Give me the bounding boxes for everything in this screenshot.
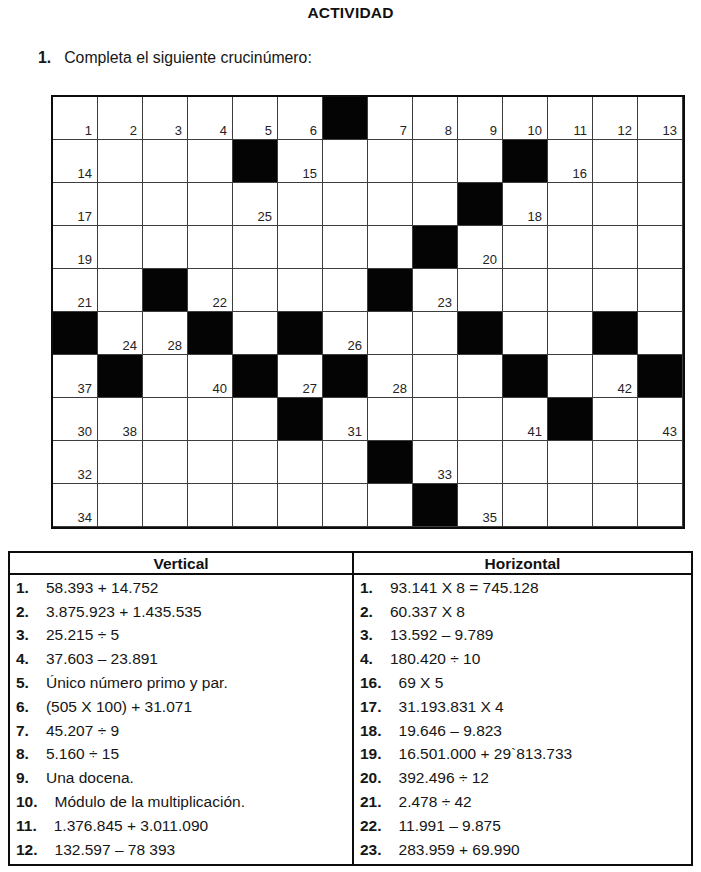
- grid-cell[interactable]: [143, 140, 188, 183]
- grid-cell[interactable]: [323, 226, 368, 269]
- clue-row: 11.1.376.845 + 3.011.090: [16, 814, 352, 838]
- grid-cell[interactable]: [593, 484, 638, 527]
- grid-cell[interactable]: 30: [53, 398, 98, 441]
- clue-text: 45.207 ÷ 9: [46, 722, 119, 740]
- grid-cell-black: [593, 312, 638, 355]
- clue-row: 4.180.420 ÷ 10: [360, 647, 691, 671]
- grid-cell[interactable]: [233, 484, 278, 527]
- grid-cell[interactable]: [98, 140, 143, 183]
- grid-cell[interactable]: [548, 355, 593, 398]
- grid-cell[interactable]: 10: [503, 97, 548, 140]
- cell-number: 26: [348, 339, 362, 352]
- grid-cell[interactable]: 21: [53, 269, 98, 312]
- grid-cell[interactable]: 27: [278, 355, 323, 398]
- grid-cell-black: [188, 312, 233, 355]
- cell-number: 35: [483, 511, 497, 524]
- clue-row: 17.31.193.831 X 4: [360, 695, 691, 719]
- grid-cell[interactable]: 17: [53, 183, 98, 226]
- grid-cell[interactable]: [233, 398, 278, 441]
- clue-row: 4.37.603 – 23.891: [16, 647, 352, 671]
- grid-cell-black: [458, 183, 503, 226]
- clue-number: 7.: [16, 722, 29, 740]
- grid-cell[interactable]: [548, 226, 593, 269]
- cell-number: 12: [618, 124, 632, 137]
- grid-cell[interactable]: 26: [323, 312, 368, 355]
- clue-row: 1.58.393 + 14.752: [16, 576, 352, 600]
- grid-cell-black: [278, 398, 323, 441]
- grid-cell[interactable]: 8: [413, 97, 458, 140]
- cell-number: 24: [123, 339, 137, 352]
- puzzle-grid: 1234567891011121314151617251819202122232…: [51, 95, 685, 529]
- grid-cell-black: [503, 140, 548, 183]
- grid-cell-black: [458, 312, 503, 355]
- cell-number: 31: [348, 425, 362, 438]
- instruction: 1.Completa el siguiente crucinúmero:: [38, 49, 312, 67]
- clue-text: 31.193.831 X 4: [399, 698, 504, 716]
- grid-cell[interactable]: [548, 441, 593, 484]
- cell-number: 40: [213, 382, 227, 395]
- clue-text: Una docena.: [46, 769, 134, 787]
- grid-cell[interactable]: [368, 183, 413, 226]
- grid-cell[interactable]: 9: [458, 97, 503, 140]
- clue-row: 18.19.646 – 9.823: [360, 719, 691, 743]
- cell-number: 25: [258, 210, 272, 223]
- grid-cell[interactable]: [323, 269, 368, 312]
- clue-text: 16.501.000 + 29`813.733: [399, 745, 573, 763]
- grid-cell[interactable]: [593, 140, 638, 183]
- grid-cell[interactable]: [548, 183, 593, 226]
- grid-cell[interactable]: [233, 226, 278, 269]
- grid-cell[interactable]: 43: [638, 398, 683, 441]
- grid-cell-black: [368, 441, 413, 484]
- horizontal-header: Horizontal: [352, 553, 691, 575]
- clue-number: 12.: [16, 841, 38, 859]
- grid-cell[interactable]: [278, 441, 323, 484]
- grid-cell[interactable]: [503, 226, 548, 269]
- cell-number: 43: [663, 425, 677, 438]
- grid-cell-black: [233, 355, 278, 398]
- grid-cell[interactable]: 33: [413, 441, 458, 484]
- cell-number: 19: [78, 253, 92, 266]
- clue-number: 3.: [16, 626, 29, 644]
- grid-cell[interactable]: [548, 269, 593, 312]
- clue-number: 9.: [16, 769, 29, 787]
- grid-cell-black: [503, 355, 548, 398]
- grid-cell[interactable]: [188, 441, 233, 484]
- grid-cell[interactable]: [593, 269, 638, 312]
- clue-text: 93.141 X 8 = 745.128: [390, 579, 539, 597]
- grid-cell[interactable]: [638, 226, 683, 269]
- clue-number: 20.: [360, 769, 382, 787]
- cell-number: 1: [85, 124, 92, 137]
- grid-cell[interactable]: 22: [188, 269, 233, 312]
- cell-number: 23: [438, 296, 452, 309]
- grid-cell[interactable]: [638, 269, 683, 312]
- clue-number: 22.: [360, 817, 382, 835]
- grid-cell[interactable]: [98, 441, 143, 484]
- grid-cell[interactable]: 28: [368, 355, 413, 398]
- cell-number: 3: [175, 124, 182, 137]
- clue-text: 58.393 + 14.752: [46, 579, 158, 597]
- instruction-number: 1.: [38, 49, 51, 66]
- grid-cell[interactable]: [458, 355, 503, 398]
- cell-number: 20: [483, 253, 497, 266]
- cell-number: 13: [663, 124, 677, 137]
- grid-cell[interactable]: [368, 140, 413, 183]
- clue-number: 2.: [16, 603, 29, 621]
- clue-row: 16.69 X 5: [360, 671, 691, 695]
- clue-number: 16.: [360, 674, 382, 692]
- clue-table: Vertical Horizontal 1.58.393 + 14.7522.3…: [8, 551, 693, 866]
- grid-cell-black: [368, 269, 413, 312]
- grid-cell[interactable]: [143, 226, 188, 269]
- clue-text: 283.959 + 69.990: [399, 841, 520, 859]
- grid-cell[interactable]: 2: [98, 97, 143, 140]
- grid-cell[interactable]: [278, 484, 323, 527]
- grid-cell[interactable]: 31: [323, 398, 368, 441]
- grid-cell[interactable]: [188, 183, 233, 226]
- grid-cell[interactable]: [503, 312, 548, 355]
- cell-number: 5: [265, 124, 272, 137]
- grid-cell[interactable]: 25: [233, 183, 278, 226]
- grid-cell[interactable]: [368, 484, 413, 527]
- grid-cell[interactable]: 42: [593, 355, 638, 398]
- grid-cell[interactable]: [413, 312, 458, 355]
- cell-number: 10: [528, 124, 542, 137]
- grid-cell[interactable]: 13: [638, 97, 683, 140]
- grid-cell[interactable]: 38: [98, 398, 143, 441]
- clue-number: 6.: [16, 698, 29, 716]
- cell-number: 30: [78, 425, 92, 438]
- clue-number: 19.: [360, 745, 382, 763]
- cell-number: 6: [310, 124, 317, 137]
- clue-number: 11.: [16, 817, 37, 835]
- grid-cell[interactable]: 20: [458, 226, 503, 269]
- grid-cell-black: [98, 355, 143, 398]
- grid-cell[interactable]: 4: [188, 97, 233, 140]
- grid-cell[interactable]: [233, 312, 278, 355]
- grid-cell[interactable]: [548, 312, 593, 355]
- clue-row: 12.132.597 – 78 393: [16, 838, 352, 862]
- clue-row: 20.392.496 ÷ 12: [360, 766, 691, 790]
- grid-cell[interactable]: [413, 355, 458, 398]
- cell-number: 28: [168, 339, 182, 352]
- cell-number: 17: [78, 210, 92, 223]
- grid-cell-black: [548, 398, 593, 441]
- clue-number: 17.: [360, 698, 382, 716]
- grid-cell[interactable]: [368, 398, 413, 441]
- vertical-clues: 1.58.393 + 14.7522.3.875.923 + 1.435.535…: [10, 575, 352, 864]
- grid-cell[interactable]: 34: [53, 484, 98, 527]
- cell-number: 42: [618, 382, 632, 395]
- clue-number: 8.: [16, 745, 29, 763]
- clue-row: 2.60.337 X 8: [360, 600, 691, 624]
- grid-cell[interactable]: 19: [53, 226, 98, 269]
- grid-cell[interactable]: [413, 140, 458, 183]
- clue-number: 21.: [360, 793, 382, 811]
- grid-cell[interactable]: [503, 484, 548, 527]
- grid-cell[interactable]: [638, 312, 683, 355]
- cell-number: 18: [528, 210, 542, 223]
- clue-row: 3.13.592 – 9.789: [360, 624, 691, 648]
- grid-cell[interactable]: [188, 398, 233, 441]
- grid-cell[interactable]: [368, 226, 413, 269]
- clue-text: 180.420 ÷ 10: [390, 650, 480, 668]
- grid-cell[interactable]: [323, 183, 368, 226]
- clue-row: 10.Módulo de la multiplicación.: [16, 790, 352, 814]
- cell-number: 22: [213, 296, 227, 309]
- grid-cell[interactable]: [323, 140, 368, 183]
- clue-text: 37.603 – 23.891: [46, 650, 158, 668]
- grid-cell[interactable]: [188, 484, 233, 527]
- clue-row: 21.2.478 ÷ 42: [360, 790, 691, 814]
- grid-cell[interactable]: [143, 355, 188, 398]
- grid-cell[interactable]: 15: [278, 140, 323, 183]
- grid-cell[interactable]: [593, 183, 638, 226]
- clue-text: 69 X 5: [399, 674, 444, 692]
- grid-cell[interactable]: 23: [413, 269, 458, 312]
- cell-number: 21: [78, 296, 92, 309]
- grid-cell[interactable]: 1: [53, 97, 98, 140]
- grid-cell-black: [233, 140, 278, 183]
- grid-cell-black: [323, 355, 368, 398]
- clue-row: 8.5.160 ÷ 15: [16, 743, 352, 767]
- grid-cell[interactable]: [323, 484, 368, 527]
- cell-number: 28: [393, 382, 407, 395]
- grid-cell[interactable]: [458, 441, 503, 484]
- clue-number: 5.: [16, 674, 29, 692]
- grid-cell[interactable]: [143, 183, 188, 226]
- cell-number: 14: [78, 167, 92, 180]
- grid-cell[interactable]: 35: [458, 484, 503, 527]
- clue-text: 3.875.923 + 1.435.535: [46, 603, 202, 621]
- instruction-text: Completa el siguiente crucinúmero:: [64, 49, 312, 66]
- clue-number: 2.: [360, 603, 373, 621]
- clue-number: 1.: [16, 579, 29, 597]
- grid-cell[interactable]: [98, 269, 143, 312]
- cell-number: 4: [220, 124, 227, 137]
- grid-cell[interactable]: [458, 269, 503, 312]
- grid-cell[interactable]: 32: [53, 441, 98, 484]
- grid-cell[interactable]: [233, 269, 278, 312]
- grid-cell[interactable]: [323, 441, 368, 484]
- clue-row: 22.11.991 – 9.875: [360, 814, 691, 838]
- cell-number: 9: [490, 124, 497, 137]
- clue-row: 2.3.875.923 + 1.435.535: [16, 600, 352, 624]
- grid-cell[interactable]: [548, 484, 593, 527]
- grid-cell[interactable]: [233, 441, 278, 484]
- grid-cell-black: [278, 312, 323, 355]
- grid-cell[interactable]: [278, 183, 323, 226]
- grid-cell[interactable]: [98, 484, 143, 527]
- grid-cell[interactable]: [368, 312, 413, 355]
- clue-text: 25.215 ÷ 5: [46, 626, 119, 644]
- grid-cell[interactable]: 12: [593, 97, 638, 140]
- clue-text: 5.160 ÷ 15: [46, 745, 119, 763]
- grid-cell[interactable]: [638, 441, 683, 484]
- clue-text: 1.376.845 + 3.011.090: [54, 817, 208, 835]
- grid-cell[interactable]: [593, 398, 638, 441]
- clue-number: 18.: [360, 722, 382, 740]
- grid-cell[interactable]: 16: [548, 140, 593, 183]
- clue-text: Único número primo y par.: [46, 674, 228, 692]
- grid-cell[interactable]: [413, 183, 458, 226]
- grid-cell[interactable]: [638, 140, 683, 183]
- grid-cell[interactable]: [638, 484, 683, 527]
- cell-number: 15: [303, 167, 317, 180]
- clue-row: 3.25.215 ÷ 5: [16, 624, 352, 648]
- clue-row: 5.Único número primo y par.: [16, 671, 352, 695]
- clue-text: Módulo de la multiplicación.: [55, 793, 245, 811]
- cell-number: 33: [438, 468, 452, 481]
- grid-cell[interactable]: [593, 226, 638, 269]
- cell-number: 7: [400, 124, 407, 137]
- clue-text: 13.592 – 9.789: [390, 626, 493, 644]
- cell-number: 32: [78, 468, 92, 481]
- cell-number: 16: [573, 167, 587, 180]
- grid-cell[interactable]: 18: [503, 183, 548, 226]
- grid-cell[interactable]: 6: [278, 97, 323, 140]
- grid-cell[interactable]: [188, 140, 233, 183]
- grid-cell[interactable]: 37: [53, 355, 98, 398]
- clue-number: 1.: [360, 579, 373, 597]
- activity-title: ACTIVIDAD: [0, 4, 701, 22]
- clue-number: 23.: [360, 841, 382, 859]
- vertical-header: Vertical: [10, 553, 352, 575]
- grid-cell[interactable]: 41: [503, 398, 548, 441]
- clue-text: 2.478 ÷ 42: [399, 793, 472, 811]
- clue-row: 7.45.207 ÷ 9: [16, 719, 352, 743]
- grid-cell[interactable]: 5: [233, 97, 278, 140]
- grid-cell[interactable]: [143, 398, 188, 441]
- cell-number: 41: [528, 425, 542, 438]
- clue-text: 19.646 – 9.823: [399, 722, 502, 740]
- clue-row: 23.283.959 + 69.990: [360, 838, 691, 862]
- clue-text: 392.496 ÷ 12: [399, 769, 489, 787]
- clue-row: 9.Una docena.: [16, 766, 352, 790]
- grid-cell[interactable]: [98, 226, 143, 269]
- grid-cell[interactable]: [278, 269, 323, 312]
- clue-row: 6.(505 X 100) + 31.071: [16, 695, 352, 719]
- grid-cell-black: [413, 484, 458, 527]
- grid-cell[interactable]: [143, 441, 188, 484]
- grid-cell[interactable]: [458, 140, 503, 183]
- grid-cell[interactable]: 7: [368, 97, 413, 140]
- grid-cell[interactable]: 24: [98, 312, 143, 355]
- grid-cell[interactable]: [503, 441, 548, 484]
- clue-number: 4.: [16, 650, 29, 668]
- horizontal-clues: 1.93.141 X 8 = 745.1282.60.337 X 83.13.5…: [352, 575, 691, 864]
- grid-cell-black: [53, 312, 98, 355]
- cell-number: 2: [130, 124, 137, 137]
- grid-cell[interactable]: 11: [548, 97, 593, 140]
- clue-text: 11.991 – 9.875: [399, 817, 501, 835]
- grid-cell[interactable]: 14: [53, 140, 98, 183]
- grid-cell[interactable]: 3: [143, 97, 188, 140]
- grid-cell-black: [323, 97, 368, 140]
- clue-text: (505 X 100) + 31.071: [46, 698, 192, 716]
- grid-cell[interactable]: [458, 398, 503, 441]
- grid-cell[interactable]: [593, 441, 638, 484]
- clue-number: 10.: [16, 793, 38, 811]
- grid-cell[interactable]: [98, 183, 143, 226]
- grid-cell[interactable]: [188, 226, 233, 269]
- grid-cell[interactable]: [503, 269, 548, 312]
- grid-cell-black: [413, 226, 458, 269]
- cell-number: 37: [78, 382, 92, 395]
- grid-cell-black: [143, 269, 188, 312]
- grid-cell[interactable]: [278, 226, 323, 269]
- clue-text: 132.597 – 78 393: [55, 841, 176, 859]
- cell-number: 38: [123, 425, 137, 438]
- clue-text: 60.337 X 8: [390, 603, 465, 621]
- clue-number: 4.: [360, 650, 373, 668]
- grid-cell[interactable]: 40: [188, 355, 233, 398]
- grid-cell[interactable]: [413, 398, 458, 441]
- grid-cell[interactable]: 28: [143, 312, 188, 355]
- cell-number: 34: [78, 511, 92, 524]
- cell-number: 27: [303, 382, 317, 395]
- clue-number: 3.: [360, 626, 373, 644]
- worksheet-page: ACTIVIDAD 1.Completa el siguiente crucin…: [0, 0, 701, 872]
- clue-row: 19.16.501.000 + 29`813.733: [360, 743, 691, 767]
- grid-cell[interactable]: [143, 484, 188, 527]
- grid-cell-black: [638, 355, 683, 398]
- cell-number: 8: [445, 124, 452, 137]
- cell-number: 11: [574, 124, 588, 137]
- grid-cell[interactable]: [638, 183, 683, 226]
- clue-row: 1.93.141 X 8 = 745.128: [360, 576, 691, 600]
